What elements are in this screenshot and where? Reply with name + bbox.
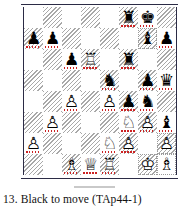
square-e4: ♟♙ [100, 91, 119, 112]
white-bishop: ♝♗ [157, 154, 176, 175]
spellcheck-underline [45, 46, 60, 48]
spellcheck-underline [102, 151, 117, 153]
square-b5 [43, 70, 62, 91]
square-b4 [43, 91, 62, 112]
white-pawn: ♟♙ [157, 133, 176, 154]
square-c6: ♟ [62, 49, 81, 70]
square-h3: ♝ [157, 112, 176, 133]
piece-glyph: ♝ [138, 28, 157, 49]
spellcheck-underline [121, 151, 136, 153]
piece-glyph-fill: ♚ [138, 154, 157, 175]
square-h5: ♛ [157, 70, 176, 91]
square-a7: ♟ [24, 28, 43, 49]
square-c4: ♟♙ [62, 91, 81, 112]
square-d5 [81, 70, 100, 91]
piece-glyph-fill: ♝ [157, 154, 176, 175]
spellcheck-underline [121, 130, 136, 132]
spellcheck-underline [121, 67, 136, 69]
square-h6 [157, 49, 176, 70]
square-e2: ♞♘ [100, 133, 119, 154]
square-f3: ♞♘ [119, 112, 138, 133]
piece-glyph-outline: ♔ [138, 154, 157, 175]
square-f2: ♟♙ [119, 133, 138, 154]
square-f4: ♟ [119, 91, 138, 112]
square-a3 [24, 112, 43, 133]
square-g2 [138, 133, 157, 154]
square-d2 [81, 133, 100, 154]
spellcheck-underline [140, 130, 155, 132]
spellcheck-underline [102, 88, 117, 90]
board-top-border [21, 4, 178, 6]
spellcheck-underline [159, 130, 174, 132]
square-d1: ♛♕ [81, 154, 100, 175]
square-c2 [62, 133, 81, 154]
square-e1: ♜♖ [100, 154, 119, 175]
spellcheck-underline [102, 172, 117, 174]
caption: 13. Black to move (TAp44-1) [3, 193, 177, 205]
square-g5: ♟ [138, 70, 157, 91]
square-a4 [24, 91, 43, 112]
square-d7 [81, 28, 100, 49]
square-b1 [43, 154, 62, 175]
square-e3 [100, 112, 119, 133]
square-g1: ♚♔ [138, 154, 157, 175]
square-a2: ♟♙ [24, 133, 43, 154]
spellcheck-underline [45, 130, 60, 132]
square-a6 [24, 49, 43, 70]
square-g4: ♞ [138, 91, 157, 112]
spellcheck-underline [140, 109, 155, 111]
square-b3: ♟♙ [43, 112, 62, 133]
square-a8 [24, 7, 43, 28]
square-c7 [62, 28, 81, 49]
square-g7: ♝ [138, 28, 157, 49]
square-c1: ♝♗ [62, 154, 81, 175]
square-h2: ♟♙ [157, 133, 176, 154]
square-h7: ♟ [157, 28, 176, 49]
square-b2 [43, 133, 62, 154]
piece-glyph-outline: ♙ [157, 133, 176, 154]
piece-glyph-fill: ♟ [157, 133, 176, 154]
square-f5 [119, 70, 138, 91]
diagram-page: ♜♚♟♟♝♟♟♜♖♜♞♟♛♟♙♟♙♟♞♟♙♞♘♟♙♝♟♙♞♘♟♙♟♙♝♗♛♕♜♖… [0, 0, 180, 216]
black-bishop: ♝ [138, 28, 157, 49]
square-g6 [138, 49, 157, 70]
square-b7: ♟ [43, 28, 62, 49]
spellcheck-underline [26, 46, 41, 48]
spellcheck-underline [64, 67, 79, 69]
square-f7 [119, 28, 138, 49]
square-h4 [157, 91, 176, 112]
square-d8 [81, 7, 100, 28]
square-c5 [62, 70, 81, 91]
square-e6 [100, 49, 119, 70]
square-c3 [62, 112, 81, 133]
square-h8 [157, 7, 176, 28]
spellcheck-underline [121, 109, 136, 111]
square-g8: ♚ [138, 7, 157, 28]
square-f6: ♜ [119, 49, 138, 70]
square-a5 [24, 70, 43, 91]
square-a1 [24, 154, 43, 175]
spellcheck-underline [64, 109, 79, 111]
square-e5: ♞ [100, 70, 119, 91]
square-e7 [100, 28, 119, 49]
square-f1 [119, 154, 138, 175]
square-b8 [43, 7, 62, 28]
spellcheck-underline [159, 88, 174, 90]
white-king: ♚♔ [138, 154, 157, 175]
spellcheck-underline [159, 46, 174, 48]
square-f8: ♜ [119, 7, 138, 28]
square-d3 [81, 112, 100, 133]
spellcheck-underline [64, 172, 79, 174]
square-e8 [100, 7, 119, 28]
square-d4 [81, 91, 100, 112]
spellcheck-underline [140, 88, 155, 90]
spellcheck-underline [121, 25, 136, 27]
spellcheck-underline [102, 109, 117, 111]
spellcheck-underline [140, 25, 155, 27]
square-d6: ♜♖ [81, 49, 100, 70]
square-g3: ♟♙ [138, 112, 157, 133]
square-c8 [62, 7, 81, 28]
board: ♜♚♟♟♝♟♟♜♖♜♞♟♛♟♙♟♙♟♞♟♙♞♘♟♙♝♟♙♞♘♟♙♟♙♝♗♛♕♜♖… [23, 7, 177, 175]
square-h1: ♝♗ [157, 154, 176, 175]
spellcheck-underline [83, 67, 98, 69]
piece-glyph-outline: ♗ [157, 154, 176, 175]
board-bottom-border [21, 178, 178, 180]
square-b6 [43, 49, 62, 70]
spellcheck-underline [26, 151, 41, 153]
scan-artifact-line [74, 186, 115, 188]
spellcheck-underline [83, 172, 98, 174]
